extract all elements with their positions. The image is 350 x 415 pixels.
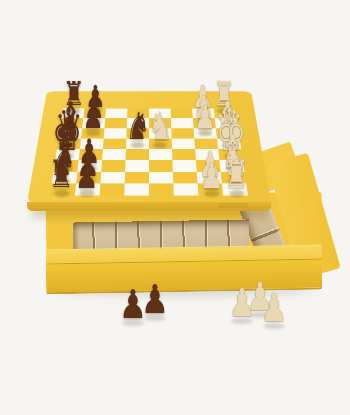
piece-light-pawn-g6: ♟ (195, 102, 216, 134)
square-c7 (104, 118, 127, 128)
square-f4 (172, 149, 196, 160)
square-e2 (149, 171, 173, 183)
square-f1 (173, 183, 198, 195)
loose-light-pawn-5: ♟ (261, 289, 288, 327)
square-c1 (100, 183, 125, 195)
square-d4 (126, 149, 149, 160)
product-photo-scene: ♜♟♟♜♟♟♝♟♟♝♛♞♞♛♚♚♝♟♝♞♟♟♞♜♟♟♜♟♟♟♟♟ (0, 0, 350, 415)
piece-dark-knight-d5: ♞ (125, 108, 150, 146)
square-c2 (100, 171, 125, 183)
square-c3 (101, 160, 125, 171)
square-d3 (125, 160, 149, 171)
piece-dark-pawn-b1: ♟ (75, 160, 98, 195)
square-f6 (171, 128, 194, 138)
piece-light-pawn-g1: ♟ (200, 160, 223, 195)
square-e4 (149, 149, 172, 160)
square-f7 (171, 118, 194, 128)
square-f3 (172, 160, 196, 171)
square-d1 (124, 183, 149, 195)
square-c8 (105, 109, 127, 119)
square-c6 (104, 128, 127, 138)
piece-dark-pawn-b6: ♟ (82, 102, 103, 134)
square-c5 (103, 138, 126, 149)
square-d2 (125, 171, 149, 183)
square-f2 (173, 171, 198, 183)
square-e3 (149, 160, 173, 171)
square-c4 (102, 149, 126, 160)
square-f5 (172, 138, 195, 149)
piece-dark-rook-a1: ♜ (49, 157, 74, 195)
piece-light-knight-e5: ♞ (148, 108, 173, 146)
embossed-logo (218, 203, 248, 208)
piece-light-rook-h1: ♜ (224, 157, 249, 195)
square-f8 (171, 109, 193, 119)
square-e1 (149, 183, 174, 195)
loose-dark-pawn-2: ♟ (141, 279, 169, 319)
